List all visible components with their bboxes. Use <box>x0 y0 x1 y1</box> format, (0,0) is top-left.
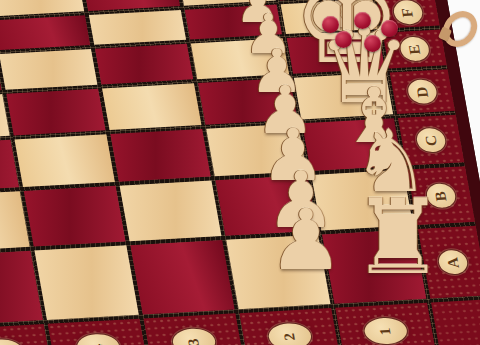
rank-label-medallion: 2 <box>267 322 314 345</box>
border-corner <box>431 299 480 345</box>
square-d3[interactable] <box>102 83 201 130</box>
chess-set-photo: HGFEDCBA87654321 ♜♞♝♛♚♝♟♟♟♟♟♟♟ <box>0 0 480 345</box>
square-g4[interactable] <box>0 0 84 16</box>
rank-numeral: 1 <box>377 327 395 335</box>
queen-crown-ball <box>335 31 352 48</box>
rank-label-3: 3 <box>143 313 244 345</box>
rank-label-5: 5 <box>0 324 53 345</box>
rank-label-4: 4 <box>48 319 149 345</box>
square-e4[interactable] <box>0 49 97 90</box>
rank-numeral: 2 <box>281 332 299 340</box>
piece-white-rook-a1[interactable]: ♜ <box>346 185 450 289</box>
queen-crown-ball <box>364 35 381 52</box>
square-c4[interactable] <box>14 134 114 187</box>
square-b3[interactable] <box>120 180 222 241</box>
queen-crown-ball <box>381 20 398 37</box>
rank-label-1: 1 <box>335 303 436 345</box>
square-b4[interactable] <box>24 186 126 247</box>
square-g3[interactable] <box>84 0 180 11</box>
square-a4[interactable] <box>34 245 138 320</box>
square-d4[interactable] <box>6 89 105 136</box>
square-c3[interactable] <box>110 129 210 182</box>
rank-label-medallion: 1 <box>362 317 409 345</box>
rank-label-medallion: 5 <box>0 338 26 345</box>
rank-label-2: 2 <box>239 308 340 345</box>
square-f3[interactable] <box>89 10 186 45</box>
piece-white-pawn-a2[interactable]: ♟ <box>264 198 348 282</box>
rank-label-medallion: 4 <box>75 333 122 345</box>
square-a3[interactable] <box>130 240 234 315</box>
queen-crown-ball <box>354 12 371 29</box>
queen-crown-ball <box>322 16 339 33</box>
rank-numeral: 3 <box>185 338 203 345</box>
square-f4[interactable] <box>0 15 90 50</box>
box-clasp <box>440 10 474 42</box>
rank-label-medallion: 3 <box>171 328 218 345</box>
square-e3[interactable] <box>95 44 193 85</box>
